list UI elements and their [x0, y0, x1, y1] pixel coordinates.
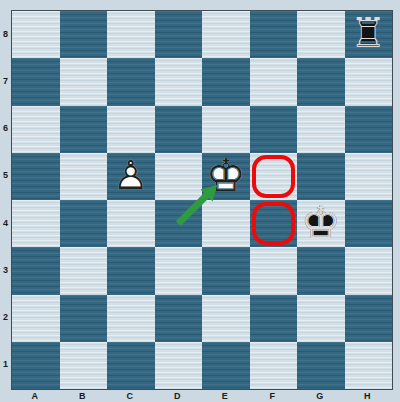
- square-b6[interactable]: [60, 106, 108, 153]
- square-g4[interactable]: ♚♔: [297, 200, 345, 247]
- rank-label-1: 1: [0, 359, 11, 369]
- square-g5[interactable]: [297, 153, 345, 200]
- square-a7[interactable]: [12, 58, 60, 105]
- square-h7[interactable]: [345, 58, 393, 105]
- rank-label-7: 7: [0, 76, 11, 86]
- rank-label-2: 2: [0, 312, 11, 322]
- square-g2[interactable]: [297, 295, 345, 342]
- square-a5[interactable]: [12, 153, 60, 200]
- square-a4[interactable]: [12, 200, 60, 247]
- square-g3[interactable]: [297, 247, 345, 294]
- white-king-piece[interactable]: ♚♔: [202, 153, 250, 200]
- square-c3[interactable]: [107, 247, 155, 294]
- square-c8[interactable]: [107, 11, 155, 58]
- square-e3[interactable]: [202, 247, 250, 294]
- square-h8[interactable]: ♜♖: [345, 11, 393, 58]
- file-label-a: A: [25, 391, 45, 401]
- square-h5[interactable]: [345, 153, 393, 200]
- square-c7[interactable]: [107, 58, 155, 105]
- square-d2[interactable]: [155, 295, 203, 342]
- file-label-d: D: [167, 391, 187, 401]
- rank-label-3: 3: [0, 265, 11, 275]
- piece-outline-glyph: ♙: [113, 155, 149, 195]
- square-d4[interactable]: [155, 200, 203, 247]
- file-label-c: C: [120, 391, 140, 401]
- square-f8[interactable]: [250, 11, 298, 58]
- square-g7[interactable]: [297, 58, 345, 105]
- square-a2[interactable]: [12, 295, 60, 342]
- piece-outline-glyph: ♔: [206, 153, 246, 198]
- square-h1[interactable]: [345, 342, 393, 389]
- square-e2[interactable]: [202, 295, 250, 342]
- square-g1[interactable]: [297, 342, 345, 389]
- square-a1[interactable]: [12, 342, 60, 389]
- square-c4[interactable]: [107, 200, 155, 247]
- square-f2[interactable]: [250, 295, 298, 342]
- square-h4[interactable]: [345, 200, 393, 247]
- square-c5[interactable]: ♟♙: [107, 153, 155, 200]
- square-f1[interactable]: [250, 342, 298, 389]
- file-label-f: F: [262, 391, 282, 401]
- square-c2[interactable]: [107, 295, 155, 342]
- square-b5[interactable]: [60, 153, 108, 200]
- square-g8[interactable]: [297, 11, 345, 58]
- square-f3[interactable]: [250, 247, 298, 294]
- square-d6[interactable]: [155, 106, 203, 153]
- rank-label-8: 8: [0, 29, 11, 39]
- square-f7[interactable]: [250, 58, 298, 105]
- square-b3[interactable]: [60, 247, 108, 294]
- square-a6[interactable]: [12, 106, 60, 153]
- square-h6[interactable]: [345, 106, 393, 153]
- square-d7[interactable]: [155, 58, 203, 105]
- highlight-square-f5: [252, 155, 296, 198]
- square-d3[interactable]: [155, 247, 203, 294]
- square-e4[interactable]: [202, 200, 250, 247]
- black-king-piece[interactable]: ♚♔: [297, 200, 345, 247]
- square-b1[interactable]: [60, 342, 108, 389]
- square-c1[interactable]: [107, 342, 155, 389]
- file-label-h: H: [357, 391, 377, 401]
- highlight-square-f4: [252, 202, 296, 245]
- file-label-b: B: [72, 391, 92, 401]
- square-a8[interactable]: [12, 11, 60, 58]
- white-pawn-piece[interactable]: ♟♙: [107, 153, 155, 200]
- square-e5[interactable]: ♚♔: [202, 153, 250, 200]
- file-label-g: G: [310, 391, 330, 401]
- black-rook-piece[interactable]: ♜♖: [345, 11, 393, 58]
- rank-label-4: 4: [0, 218, 11, 228]
- square-d8[interactable]: [155, 11, 203, 58]
- piece-outline-glyph: ♔: [301, 200, 341, 245]
- square-f5[interactable]: [250, 153, 298, 200]
- square-d1[interactable]: [155, 342, 203, 389]
- square-f6[interactable]: [250, 106, 298, 153]
- square-c6[interactable]: [107, 106, 155, 153]
- square-f4[interactable]: [250, 200, 298, 247]
- piece-outline-glyph: ♖: [350, 13, 387, 54]
- square-b4[interactable]: [60, 200, 108, 247]
- chess-board: ♜♖♟♙♚♔♚♔: [11, 10, 393, 390]
- square-b2[interactable]: [60, 295, 108, 342]
- square-d5[interactable]: [155, 153, 203, 200]
- square-e7[interactable]: [202, 58, 250, 105]
- rank-label-6: 6: [0, 123, 11, 133]
- file-label-e: E: [215, 391, 235, 401]
- square-e6[interactable]: [202, 106, 250, 153]
- square-g6[interactable]: [297, 106, 345, 153]
- square-b8[interactable]: [60, 11, 108, 58]
- chess-board-app: ♜♖♟♙♚♔♚♔ 87654321ABCDEFGH: [0, 0, 400, 402]
- square-h3[interactable]: [345, 247, 393, 294]
- square-b7[interactable]: [60, 58, 108, 105]
- square-e1[interactable]: [202, 342, 250, 389]
- square-e8[interactable]: [202, 11, 250, 58]
- rank-label-5: 5: [0, 170, 11, 180]
- square-a3[interactable]: [12, 247, 60, 294]
- square-h2[interactable]: [345, 295, 393, 342]
